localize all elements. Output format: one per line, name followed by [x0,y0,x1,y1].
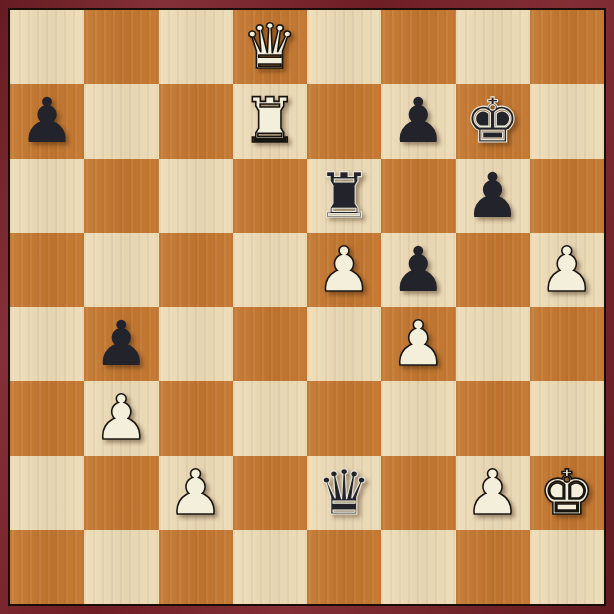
square-g7[interactable]: ♚ [456,84,530,158]
square-d7[interactable]: ♜ [233,84,307,158]
square-f7[interactable]: ♟ [381,84,455,158]
square-f4[interactable]: ♟ [381,307,455,381]
square-g1[interactable] [456,530,530,604]
square-a8[interactable] [10,10,84,84]
square-c7[interactable] [159,84,233,158]
piece-black-king-g7[interactable]: ♚ [465,90,521,152]
square-b6[interactable] [84,159,158,233]
square-e4[interactable] [307,307,381,381]
square-a1[interactable] [10,530,84,604]
square-d6[interactable] [233,159,307,233]
square-b1[interactable] [84,530,158,604]
piece-white-pawn-b3[interactable]: ♟ [94,387,150,449]
piece-black-pawn-g6[interactable]: ♟ [465,165,521,227]
square-c6[interactable] [159,159,233,233]
chess-board[interactable]: ♛♟♜♟♚♜♟♟♟♟♟♟♟♟♛♟♚ [10,10,604,604]
square-b4[interactable]: ♟ [84,307,158,381]
square-f5[interactable]: ♟ [381,233,455,307]
square-d5[interactable] [233,233,307,307]
square-e5[interactable]: ♟ [307,233,381,307]
square-f1[interactable] [381,530,455,604]
square-e8[interactable] [307,10,381,84]
square-h7[interactable] [530,84,604,158]
piece-black-pawn-f5[interactable]: ♟ [391,239,447,301]
piece-black-pawn-f7[interactable]: ♟ [391,90,447,152]
square-g3[interactable] [456,381,530,455]
square-h6[interactable] [530,159,604,233]
square-e7[interactable] [307,84,381,158]
square-e6[interactable]: ♜ [307,159,381,233]
piece-white-queen-d8[interactable]: ♛ [242,16,298,78]
square-g4[interactable] [456,307,530,381]
piece-white-pawn-e5[interactable]: ♟ [316,239,372,301]
piece-black-pawn-b4[interactable]: ♟ [94,313,150,375]
piece-white-pawn-h5[interactable]: ♟ [539,239,595,301]
chess-board-frame: ♛♟♜♟♚♜♟♟♟♟♟♟♟♟♛♟♚ [0,0,614,614]
square-a3[interactable] [10,381,84,455]
piece-white-king-h2[interactable]: ♚ [539,462,595,524]
piece-white-pawn-g2[interactable]: ♟ [465,462,521,524]
square-h3[interactable] [530,381,604,455]
square-d3[interactable] [233,381,307,455]
square-b7[interactable] [84,84,158,158]
square-d4[interactable] [233,307,307,381]
square-b2[interactable] [84,456,158,530]
square-h2[interactable]: ♚ [530,456,604,530]
square-c3[interactable] [159,381,233,455]
square-e2[interactable]: ♛ [307,456,381,530]
square-c4[interactable] [159,307,233,381]
square-d8[interactable]: ♛ [233,10,307,84]
square-d2[interactable] [233,456,307,530]
square-g5[interactable] [456,233,530,307]
piece-black-pawn-a7[interactable]: ♟ [19,90,75,152]
square-a6[interactable] [10,159,84,233]
square-e3[interactable] [307,381,381,455]
square-h5[interactable]: ♟ [530,233,604,307]
square-h4[interactable] [530,307,604,381]
square-a7[interactable]: ♟ [10,84,84,158]
piece-white-pawn-f4[interactable]: ♟ [391,313,447,375]
square-c1[interactable] [159,530,233,604]
square-c2[interactable]: ♟ [159,456,233,530]
piece-black-queen-e2[interactable]: ♛ [316,462,372,524]
square-a5[interactable] [10,233,84,307]
square-f8[interactable] [381,10,455,84]
square-b8[interactable] [84,10,158,84]
square-g6[interactable]: ♟ [456,159,530,233]
piece-white-pawn-c2[interactable]: ♟ [168,462,224,524]
square-g2[interactable]: ♟ [456,456,530,530]
square-b5[interactable] [84,233,158,307]
square-f6[interactable] [381,159,455,233]
square-f2[interactable] [381,456,455,530]
square-e1[interactable] [307,530,381,604]
piece-white-rook-d7[interactable]: ♜ [242,90,298,152]
square-a4[interactable] [10,307,84,381]
square-c5[interactable] [159,233,233,307]
square-b3[interactable]: ♟ [84,381,158,455]
square-f3[interactable] [381,381,455,455]
square-d1[interactable] [233,530,307,604]
square-c8[interactable] [159,10,233,84]
square-g8[interactable] [456,10,530,84]
square-a2[interactable] [10,456,84,530]
square-h1[interactable] [530,530,604,604]
square-h8[interactable] [530,10,604,84]
piece-black-rook-e6[interactable]: ♜ [316,165,372,227]
